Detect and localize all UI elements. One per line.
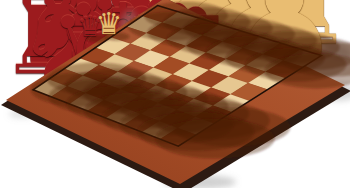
chessboard [0,0,350,188]
product-photo: ♜♞♝♛♚♝♞♜♟♟♟♟♟♟♟♟♟♟♟♟♟♟♟♟♜♞♝♛♚♝♞♜♛♛ [0,0,350,188]
